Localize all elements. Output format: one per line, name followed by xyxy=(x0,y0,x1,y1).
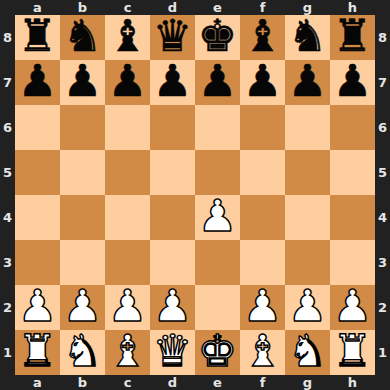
rank-label-3: 3 xyxy=(0,240,15,285)
white-pawn-f2: ♟ xyxy=(243,285,282,328)
square-h1[interactable]: ♜ xyxy=(330,330,375,375)
square-c5[interactable] xyxy=(105,150,150,195)
white-pawn-d2: ♟ xyxy=(153,285,192,328)
file-label-d: d xyxy=(150,375,195,390)
black-bishop-f8: ♝ xyxy=(243,15,282,58)
rank-label-1: 1 xyxy=(375,330,390,375)
black-pawn-d7: ♟ xyxy=(153,60,192,103)
square-e7[interactable]: ♟ xyxy=(195,60,240,105)
black-pawn-f7: ♟ xyxy=(243,60,282,103)
black-queen-d8: ♛ xyxy=(153,15,192,58)
square-b6[interactable] xyxy=(60,105,105,150)
square-h5[interactable] xyxy=(330,150,375,195)
rank-label-7: 7 xyxy=(0,60,15,105)
square-h3[interactable] xyxy=(330,240,375,285)
square-d4[interactable] xyxy=(150,195,195,240)
square-g6[interactable] xyxy=(285,105,330,150)
white-king-e1: ♚ xyxy=(198,330,237,373)
rank-labels-left: 87654321 xyxy=(0,15,15,375)
file-label-c: c xyxy=(105,375,150,390)
square-c4[interactable] xyxy=(105,195,150,240)
file-label-f: f xyxy=(240,0,285,15)
square-g3[interactable] xyxy=(285,240,330,285)
square-c7[interactable]: ♟ xyxy=(105,60,150,105)
file-label-e: e xyxy=(195,375,240,390)
square-b4[interactable] xyxy=(60,195,105,240)
rank-label-4: 4 xyxy=(0,195,15,240)
square-f4[interactable] xyxy=(240,195,285,240)
rank-label-5: 5 xyxy=(0,150,15,195)
white-queen-d1: ♛ xyxy=(153,330,192,373)
chess-board: ♜♞♝♛♚♝♞♜♟♟♟♟♟♟♟♟♟♟♟♟♟♟♟♟♜♞♝♛♚♝♞♜ xyxy=(15,15,375,375)
file-label-h: h xyxy=(330,0,375,15)
file-label-h: h xyxy=(330,375,375,390)
file-label-e: e xyxy=(195,0,240,15)
white-pawn-h2: ♟ xyxy=(333,285,372,328)
square-d2[interactable]: ♟ xyxy=(150,285,195,330)
black-pawn-c7: ♟ xyxy=(108,60,147,103)
rank-label-6: 6 xyxy=(375,105,390,150)
white-pawn-e4: ♟ xyxy=(198,195,237,238)
square-h7[interactable]: ♟ xyxy=(330,60,375,105)
square-e8[interactable]: ♚ xyxy=(195,15,240,60)
black-pawn-g7: ♟ xyxy=(288,60,327,103)
file-label-d: d xyxy=(150,0,195,15)
white-pawn-c2: ♟ xyxy=(108,285,147,328)
square-d1[interactable]: ♛ xyxy=(150,330,195,375)
square-a7[interactable]: ♟ xyxy=(15,60,60,105)
black-bishop-c8: ♝ xyxy=(108,15,147,58)
square-a4[interactable] xyxy=(15,195,60,240)
square-b2[interactable]: ♟ xyxy=(60,285,105,330)
square-h4[interactable] xyxy=(330,195,375,240)
square-a8[interactable]: ♜ xyxy=(15,15,60,60)
square-a3[interactable] xyxy=(15,240,60,285)
white-pawn-b2: ♟ xyxy=(63,285,102,328)
file-labels-bottom: abcdefgh xyxy=(15,375,375,390)
rank-label-8: 8 xyxy=(0,15,15,60)
white-pawn-a2: ♟ xyxy=(18,285,57,328)
white-bishop-f1: ♝ xyxy=(243,330,282,373)
white-knight-g1: ♞ xyxy=(288,330,327,373)
square-e4[interactable]: ♟ xyxy=(195,195,240,240)
file-labels-top: abcdefgh xyxy=(15,0,375,15)
white-rook-h1: ♜ xyxy=(333,330,372,373)
square-f7[interactable]: ♟ xyxy=(240,60,285,105)
black-knight-b8: ♞ xyxy=(63,15,102,58)
square-a2[interactable]: ♟ xyxy=(15,285,60,330)
file-label-f: f xyxy=(240,375,285,390)
black-king-e8: ♚ xyxy=(198,15,237,58)
square-c8[interactable]: ♝ xyxy=(105,15,150,60)
rank-label-6: 6 xyxy=(0,105,15,150)
square-d3[interactable] xyxy=(150,240,195,285)
square-f8[interactable]: ♝ xyxy=(240,15,285,60)
white-knight-b1: ♞ xyxy=(63,330,102,373)
rank-label-5: 5 xyxy=(375,150,390,195)
square-g4[interactable] xyxy=(285,195,330,240)
white-bishop-c1: ♝ xyxy=(108,330,147,373)
square-b7[interactable]: ♟ xyxy=(60,60,105,105)
square-d7[interactable]: ♟ xyxy=(150,60,195,105)
black-pawn-b7: ♟ xyxy=(63,60,102,103)
square-d5[interactable] xyxy=(150,150,195,195)
rank-label-3: 3 xyxy=(375,240,390,285)
file-label-g: g xyxy=(285,0,330,15)
square-a6[interactable] xyxy=(15,105,60,150)
square-g8[interactable]: ♞ xyxy=(285,15,330,60)
square-a5[interactable] xyxy=(15,150,60,195)
chess-board-panel: abcdefgh abcdefgh 87654321 87654321 ♜♞♝♛… xyxy=(0,0,390,390)
black-pawn-h7: ♟ xyxy=(333,60,372,103)
square-f2[interactable]: ♟ xyxy=(240,285,285,330)
black-rook-a8: ♜ xyxy=(18,15,57,58)
square-h2[interactable]: ♟ xyxy=(330,285,375,330)
square-c6[interactable] xyxy=(105,105,150,150)
file-label-a: a xyxy=(15,0,60,15)
square-g5[interactable] xyxy=(285,150,330,195)
file-label-b: b xyxy=(60,375,105,390)
white-rook-a1: ♜ xyxy=(18,330,57,373)
square-g2[interactable]: ♟ xyxy=(285,285,330,330)
square-a1[interactable]: ♜ xyxy=(15,330,60,375)
square-g7[interactable]: ♟ xyxy=(285,60,330,105)
file-label-a: a xyxy=(15,375,60,390)
rank-label-1: 1 xyxy=(0,330,15,375)
rank-labels-right: 87654321 xyxy=(375,15,390,375)
file-label-c: c xyxy=(105,0,150,15)
white-pawn-g2: ♟ xyxy=(288,285,327,328)
square-h8[interactable]: ♜ xyxy=(330,15,375,60)
rank-label-7: 7 xyxy=(375,60,390,105)
square-b8[interactable]: ♞ xyxy=(60,15,105,60)
square-e6[interactable] xyxy=(195,105,240,150)
square-b5[interactable] xyxy=(60,150,105,195)
rank-label-2: 2 xyxy=(0,285,15,330)
square-g1[interactable]: ♞ xyxy=(285,330,330,375)
file-label-b: b xyxy=(60,0,105,15)
rank-label-4: 4 xyxy=(375,195,390,240)
square-h6[interactable] xyxy=(330,105,375,150)
square-b3[interactable] xyxy=(60,240,105,285)
square-c1[interactable]: ♝ xyxy=(105,330,150,375)
rank-label-8: 8 xyxy=(375,15,390,60)
black-pawn-e7: ♟ xyxy=(198,60,237,103)
square-e1[interactable]: ♚ xyxy=(195,330,240,375)
square-e2[interactable] xyxy=(195,285,240,330)
square-d8[interactable]: ♛ xyxy=(150,15,195,60)
square-f1[interactable]: ♝ xyxy=(240,330,285,375)
file-label-g: g xyxy=(285,375,330,390)
square-e3[interactable] xyxy=(195,240,240,285)
rank-label-2: 2 xyxy=(375,285,390,330)
square-f3[interactable] xyxy=(240,240,285,285)
black-pawn-a7: ♟ xyxy=(18,60,57,103)
square-b1[interactable]: ♞ xyxy=(60,330,105,375)
square-d6[interactable] xyxy=(150,105,195,150)
black-knight-g8: ♞ xyxy=(288,15,327,58)
square-c2[interactable]: ♟ xyxy=(105,285,150,330)
square-e5[interactable] xyxy=(195,150,240,195)
black-rook-h8: ♜ xyxy=(333,15,372,58)
square-f6[interactable] xyxy=(240,105,285,150)
square-c3[interactable] xyxy=(105,240,150,285)
square-f5[interactable] xyxy=(240,150,285,195)
